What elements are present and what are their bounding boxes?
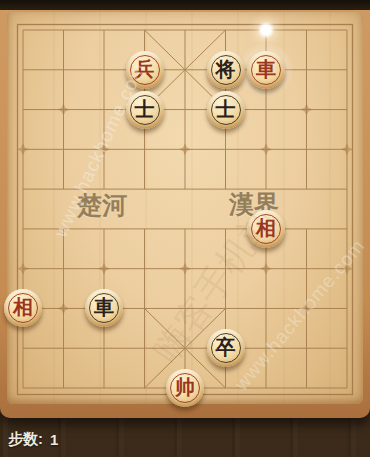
piece-character: 相: [13, 297, 33, 317]
red-general-piece[interactable]: 帅: [166, 369, 204, 407]
black-chariot-piece[interactable]: 車: [85, 289, 123, 327]
black-soldier-piece[interactable]: 卒: [207, 329, 245, 367]
red-soldier-piece[interactable]: 兵: [126, 51, 164, 89]
river-label-chu-he: 楚河: [77, 193, 127, 218]
piece-character: 車: [256, 59, 276, 79]
red-elephant-piece[interactable]: 相: [247, 210, 285, 248]
board-grid: [0, 10, 370, 418]
top-wood-strip: [0, 0, 370, 10]
move-counter: 步数:1: [8, 430, 58, 449]
piece-character: 将: [216, 59, 236, 79]
black-advisor-piece[interactable]: 士: [207, 91, 245, 129]
piece-character: 卒: [216, 337, 236, 357]
last-move-marker: [261, 25, 271, 35]
xiangqi-app-screen: 楚河 漢界 兵将車士士相相車卒帅 www.hackhome.com www.ha…: [0, 0, 370, 457]
piece-character: 士: [135, 99, 155, 119]
move-counter-label: 步数:: [8, 430, 43, 449]
red-chariot-piece[interactable]: 車: [247, 51, 285, 89]
piece-character: 兵: [135, 59, 155, 79]
black-general-piece[interactable]: 将: [207, 51, 245, 89]
red-elephant-piece[interactable]: 相: [4, 289, 42, 327]
piece-character: 相: [256, 218, 276, 238]
piece-character: 帅: [175, 377, 195, 397]
piece-character: 車: [94, 297, 114, 317]
black-advisor-piece[interactable]: 士: [126, 91, 164, 129]
piece-character: 士: [216, 99, 236, 119]
move-counter-value: 1: [50, 431, 58, 448]
